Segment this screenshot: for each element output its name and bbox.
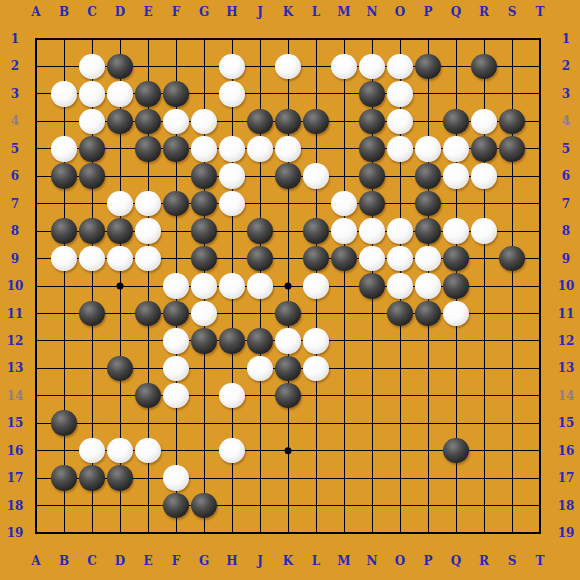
- board-cell[interactable]: [246, 108, 274, 135]
- board-cell[interactable]: [50, 53, 78, 80]
- board-cell[interactable]: [302, 135, 330, 162]
- board-cell[interactable]: [246, 53, 274, 80]
- board-cell[interactable]: [246, 355, 274, 382]
- board-cell[interactable]: [190, 492, 218, 519]
- board-cell[interactable]: [526, 162, 554, 189]
- board-cell[interactable]: [526, 80, 554, 107]
- board-cell[interactable]: [526, 272, 554, 299]
- board-cell[interactable]: [78, 53, 106, 80]
- board-cell[interactable]: [134, 80, 162, 107]
- board-cell[interactable]: [470, 53, 498, 80]
- board-cell[interactable]: [134, 245, 162, 272]
- board-cell[interactable]: [498, 53, 526, 80]
- board-cell[interactable]: [470, 409, 498, 436]
- board-cell[interactable]: [302, 355, 330, 382]
- board-cell[interactable]: [414, 437, 442, 464]
- board-cell[interactable]: [470, 492, 498, 519]
- board-cell[interactable]: [358, 25, 386, 52]
- board-cell[interactable]: [78, 190, 106, 217]
- board-cell[interactable]: [414, 135, 442, 162]
- board-cell[interactable]: [22, 135, 50, 162]
- board-cell[interactable]: [302, 53, 330, 80]
- board-cell[interactable]: [106, 190, 134, 217]
- board-cell[interactable]: [50, 190, 78, 217]
- board-cell[interactable]: [470, 162, 498, 189]
- board-cell[interactable]: [246, 300, 274, 327]
- board-cell[interactable]: [470, 245, 498, 272]
- board-cell[interactable]: [134, 327, 162, 354]
- board-cell[interactable]: [22, 217, 50, 244]
- board-cell[interactable]: [106, 135, 134, 162]
- board-cell[interactable]: [78, 409, 106, 436]
- board-cell[interactable]: [134, 108, 162, 135]
- board-cell[interactable]: [330, 464, 358, 491]
- board-cell[interactable]: [218, 409, 246, 436]
- board-cell[interactable]: [134, 25, 162, 52]
- board-cell[interactable]: [274, 437, 302, 464]
- board-cell[interactable]: [414, 300, 442, 327]
- board-cell[interactable]: [386, 190, 414, 217]
- board-cell[interactable]: [50, 80, 78, 107]
- board-cell[interactable]: [78, 135, 106, 162]
- board-cell[interactable]: [246, 492, 274, 519]
- board-cell[interactable]: [246, 162, 274, 189]
- board-cell[interactable]: [22, 162, 50, 189]
- board-cell[interactable]: [442, 300, 470, 327]
- board-cell[interactable]: [190, 135, 218, 162]
- board-cell[interactable]: [330, 519, 358, 546]
- board-cell[interactable]: [218, 25, 246, 52]
- board-cell[interactable]: [330, 437, 358, 464]
- board-cell[interactable]: [414, 190, 442, 217]
- board-cell[interactable]: [134, 217, 162, 244]
- board-cell[interactable]: [22, 25, 50, 52]
- board-cell[interactable]: [162, 245, 190, 272]
- board-cell[interactable]: [106, 245, 134, 272]
- board-cell[interactable]: [106, 519, 134, 546]
- board-cell[interactable]: [414, 108, 442, 135]
- board-cell[interactable]: [190, 25, 218, 52]
- board-cell[interactable]: [470, 108, 498, 135]
- board-cell[interactable]: [246, 272, 274, 299]
- board-cell[interactable]: [526, 53, 554, 80]
- board-cell[interactable]: [274, 519, 302, 546]
- board-cell[interactable]: [470, 300, 498, 327]
- board-cell[interactable]: [162, 327, 190, 354]
- board-cell[interactable]: [22, 409, 50, 436]
- board-cell[interactable]: [386, 80, 414, 107]
- board-cell[interactable]: [358, 135, 386, 162]
- board-cell[interactable]: [50, 355, 78, 382]
- board-cell[interactable]: [78, 80, 106, 107]
- board-cell[interactable]: [358, 190, 386, 217]
- board-cell[interactable]: [106, 382, 134, 409]
- board-cell[interactable]: [498, 217, 526, 244]
- board-cell[interactable]: [386, 519, 414, 546]
- board-cell[interactable]: [442, 217, 470, 244]
- board-cell[interactable]: [330, 272, 358, 299]
- board-cell[interactable]: [302, 245, 330, 272]
- board-cell[interactable]: [414, 245, 442, 272]
- board-cell[interactable]: [358, 355, 386, 382]
- board-cell[interactable]: [414, 162, 442, 189]
- board-cell[interactable]: [22, 190, 50, 217]
- board-cell[interactable]: [526, 108, 554, 135]
- board-cell[interactable]: [442, 355, 470, 382]
- board-cell[interactable]: [134, 355, 162, 382]
- board-cell[interactable]: [302, 190, 330, 217]
- board-cell[interactable]: [302, 25, 330, 52]
- board-cell[interactable]: [358, 327, 386, 354]
- board-cell[interactable]: [330, 80, 358, 107]
- board-cell[interactable]: [498, 382, 526, 409]
- board-cell[interactable]: [274, 135, 302, 162]
- board-cell[interactable]: [442, 382, 470, 409]
- board-cell[interactable]: [134, 382, 162, 409]
- board-cell[interactable]: [162, 409, 190, 436]
- board-cell[interactable]: [22, 245, 50, 272]
- board-cell[interactable]: [414, 464, 442, 491]
- board-cell[interactable]: [526, 245, 554, 272]
- board-cell[interactable]: [190, 382, 218, 409]
- board-cell[interactable]: [190, 272, 218, 299]
- board-cell[interactable]: [218, 492, 246, 519]
- board-cell[interactable]: [106, 272, 134, 299]
- board-cell[interactable]: [498, 190, 526, 217]
- board-cell[interactable]: [22, 437, 50, 464]
- board-cell[interactable]: [414, 80, 442, 107]
- board-cell[interactable]: [134, 300, 162, 327]
- board-cell[interactable]: [386, 272, 414, 299]
- board-cell[interactable]: [78, 300, 106, 327]
- board-cell[interactable]: [162, 464, 190, 491]
- board-cell[interactable]: [330, 245, 358, 272]
- board-cell[interactable]: [218, 300, 246, 327]
- board-cell[interactable]: [302, 519, 330, 546]
- board-cell[interactable]: [358, 245, 386, 272]
- board-cell[interactable]: [274, 355, 302, 382]
- board-cell[interactable]: [22, 300, 50, 327]
- board-cell[interactable]: [106, 108, 134, 135]
- board-cell[interactable]: [50, 135, 78, 162]
- board-cell[interactable]: [218, 190, 246, 217]
- board-cell[interactable]: [386, 25, 414, 52]
- board-cell[interactable]: [190, 53, 218, 80]
- board-cell[interactable]: [414, 355, 442, 382]
- board-cell[interactable]: [526, 519, 554, 546]
- board-cell[interactable]: [358, 272, 386, 299]
- board-cell[interactable]: [526, 355, 554, 382]
- board-cell[interactable]: [414, 382, 442, 409]
- board-cell[interactable]: [330, 492, 358, 519]
- board-cell[interactable]: [162, 382, 190, 409]
- board-cell[interactable]: [246, 409, 274, 436]
- board-cell[interactable]: [274, 409, 302, 436]
- board-cell[interactable]: [218, 162, 246, 189]
- board-cell[interactable]: [106, 217, 134, 244]
- board-cell[interactable]: [106, 492, 134, 519]
- board-cell[interactable]: [302, 437, 330, 464]
- board-cell[interactable]: [470, 190, 498, 217]
- board-cell[interactable]: [50, 162, 78, 189]
- board-cell[interactable]: [106, 355, 134, 382]
- board-cell[interactable]: [386, 135, 414, 162]
- board-cell[interactable]: [22, 355, 50, 382]
- board-cell[interactable]: [442, 437, 470, 464]
- board-cell[interactable]: [526, 217, 554, 244]
- board-cell[interactable]: [22, 519, 50, 546]
- board-cell[interactable]: [330, 382, 358, 409]
- board-cell[interactable]: [218, 245, 246, 272]
- board-cell[interactable]: [526, 437, 554, 464]
- board-cell[interactable]: [246, 327, 274, 354]
- board-cell[interactable]: [442, 25, 470, 52]
- board-cell[interactable]: [134, 519, 162, 546]
- board-cell[interactable]: [50, 464, 78, 491]
- board-cell[interactable]: [190, 437, 218, 464]
- board-cell[interactable]: [246, 190, 274, 217]
- board-cell[interactable]: [302, 108, 330, 135]
- board-cell[interactable]: [106, 25, 134, 52]
- board-cell[interactable]: [50, 217, 78, 244]
- board-cell[interactable]: [414, 217, 442, 244]
- board-cell[interactable]: [246, 245, 274, 272]
- board-cell[interactable]: [274, 245, 302, 272]
- board-cell[interactable]: [470, 437, 498, 464]
- board-cell[interactable]: [386, 437, 414, 464]
- board-cell[interactable]: [358, 162, 386, 189]
- board-cell[interactable]: [498, 519, 526, 546]
- board-cell[interactable]: [470, 355, 498, 382]
- board-cell[interactable]: [190, 217, 218, 244]
- board-cell[interactable]: [162, 135, 190, 162]
- board-cell[interactable]: [386, 217, 414, 244]
- board-cell[interactable]: [274, 108, 302, 135]
- board-cell[interactable]: [78, 492, 106, 519]
- board-cell[interactable]: [526, 135, 554, 162]
- board-cell[interactable]: [302, 492, 330, 519]
- board-cell[interactable]: [526, 464, 554, 491]
- board-cell[interactable]: [470, 464, 498, 491]
- board-cell[interactable]: [498, 162, 526, 189]
- board-cell[interactable]: [50, 245, 78, 272]
- board-cell[interactable]: [190, 190, 218, 217]
- board-cell[interactable]: [50, 25, 78, 52]
- board-cell[interactable]: [218, 53, 246, 80]
- board-cell[interactable]: [442, 135, 470, 162]
- board-cell[interactable]: [78, 382, 106, 409]
- board-cell[interactable]: [330, 108, 358, 135]
- board-cell[interactable]: [498, 409, 526, 436]
- board-cell[interactable]: [78, 355, 106, 382]
- board-cell[interactable]: [442, 492, 470, 519]
- board-cell[interactable]: [218, 519, 246, 546]
- board-cell[interactable]: [162, 272, 190, 299]
- board-cell[interactable]: [218, 382, 246, 409]
- board-cell[interactable]: [442, 108, 470, 135]
- board-cell[interactable]: [22, 80, 50, 107]
- board-cell[interactable]: [50, 327, 78, 354]
- board-cell[interactable]: [498, 80, 526, 107]
- board-cell[interactable]: [386, 409, 414, 436]
- board-cell[interactable]: [442, 327, 470, 354]
- board-cell[interactable]: [442, 272, 470, 299]
- board-cell[interactable]: [330, 53, 358, 80]
- board-cell[interactable]: [302, 162, 330, 189]
- board-cell[interactable]: [50, 437, 78, 464]
- board-cell[interactable]: [302, 217, 330, 244]
- board-cell[interactable]: [106, 437, 134, 464]
- board-cell[interactable]: [442, 519, 470, 546]
- board-cell[interactable]: [134, 272, 162, 299]
- board-cell[interactable]: [330, 409, 358, 436]
- board-cell[interactable]: [190, 108, 218, 135]
- board-cell[interactable]: [22, 382, 50, 409]
- board-cell[interactable]: [50, 409, 78, 436]
- board-cell[interactable]: [78, 25, 106, 52]
- board-cell[interactable]: [22, 327, 50, 354]
- board-cell[interactable]: [22, 108, 50, 135]
- board-cell[interactable]: [78, 217, 106, 244]
- board-cell[interactable]: [190, 355, 218, 382]
- board-cell[interactable]: [442, 464, 470, 491]
- board-cell[interactable]: [106, 327, 134, 354]
- board-cell[interactable]: [442, 245, 470, 272]
- board-cell[interactable]: [162, 53, 190, 80]
- board-cell[interactable]: [498, 492, 526, 519]
- board-cell[interactable]: [386, 327, 414, 354]
- board-cell[interactable]: [22, 272, 50, 299]
- board-cell[interactable]: [246, 80, 274, 107]
- board-cell[interactable]: [358, 80, 386, 107]
- board-cell[interactable]: [50, 272, 78, 299]
- board-cell[interactable]: [162, 300, 190, 327]
- board-cell[interactable]: [78, 437, 106, 464]
- board-cell[interactable]: [274, 300, 302, 327]
- board-cell[interactable]: [162, 162, 190, 189]
- board-cell[interactable]: [274, 327, 302, 354]
- board-cell[interactable]: [22, 53, 50, 80]
- board-cell[interactable]: [78, 162, 106, 189]
- board-cell[interactable]: [414, 492, 442, 519]
- board-cell[interactable]: [106, 53, 134, 80]
- board-cell[interactable]: [358, 217, 386, 244]
- board-cell[interactable]: [358, 382, 386, 409]
- board-cell[interactable]: [358, 492, 386, 519]
- board-cell[interactable]: [386, 355, 414, 382]
- board-cell[interactable]: [498, 437, 526, 464]
- board-cell[interactable]: [498, 272, 526, 299]
- board-cell[interactable]: [442, 190, 470, 217]
- board-cell[interactable]: [358, 464, 386, 491]
- board-cell[interactable]: [106, 300, 134, 327]
- board-cell[interactable]: [414, 272, 442, 299]
- board-cell[interactable]: [302, 409, 330, 436]
- board-cell[interactable]: [274, 25, 302, 52]
- board-cell[interactable]: [386, 245, 414, 272]
- board-cell[interactable]: [302, 300, 330, 327]
- board-cell[interactable]: [274, 217, 302, 244]
- board-cell[interactable]: [386, 382, 414, 409]
- board-cell[interactable]: [470, 382, 498, 409]
- board-cell[interactable]: [162, 519, 190, 546]
- board-cell[interactable]: [190, 409, 218, 436]
- board-cell[interactable]: [78, 272, 106, 299]
- board-cell[interactable]: [162, 25, 190, 52]
- board-cell[interactable]: [190, 80, 218, 107]
- board-cell[interactable]: [442, 53, 470, 80]
- board-cell[interactable]: [442, 409, 470, 436]
- board-cell[interactable]: [526, 492, 554, 519]
- board-cell[interactable]: [134, 492, 162, 519]
- board-cell[interactable]: [302, 272, 330, 299]
- board-cell[interactable]: [246, 25, 274, 52]
- board-cell[interactable]: [302, 464, 330, 491]
- board-cell[interactable]: [78, 108, 106, 135]
- board-cell[interactable]: [134, 53, 162, 80]
- board-cell[interactable]: [190, 519, 218, 546]
- board-cell[interactable]: [78, 464, 106, 491]
- board-cell[interactable]: [218, 437, 246, 464]
- board-cell[interactable]: [50, 492, 78, 519]
- board-cell[interactable]: [106, 464, 134, 491]
- board-cell[interactable]: [414, 25, 442, 52]
- board-cell[interactable]: [470, 327, 498, 354]
- board-cell[interactable]: [526, 327, 554, 354]
- board-cell[interactable]: [302, 80, 330, 107]
- board-cell[interactable]: [498, 25, 526, 52]
- board-cell[interactable]: [330, 300, 358, 327]
- board-cell[interactable]: [526, 190, 554, 217]
- board-cell[interactable]: [330, 355, 358, 382]
- board-cell[interactable]: [386, 162, 414, 189]
- board-cell[interactable]: [22, 492, 50, 519]
- board-cell[interactable]: [358, 409, 386, 436]
- board-cell[interactable]: [470, 80, 498, 107]
- board-cell[interactable]: [498, 355, 526, 382]
- board-cell[interactable]: [134, 437, 162, 464]
- board-cell[interactable]: [218, 135, 246, 162]
- board-cell[interactable]: [274, 162, 302, 189]
- board-cell[interactable]: [134, 162, 162, 189]
- board-cell[interactable]: [218, 80, 246, 107]
- board-cell[interactable]: [526, 409, 554, 436]
- board-cell[interactable]: [218, 217, 246, 244]
- board-cell[interactable]: [470, 519, 498, 546]
- board-cell[interactable]: [190, 245, 218, 272]
- board-cell[interactable]: [50, 300, 78, 327]
- board-cell[interactable]: [358, 519, 386, 546]
- board-cell[interactable]: [274, 492, 302, 519]
- board-cell[interactable]: [302, 327, 330, 354]
- board-cell[interactable]: [386, 492, 414, 519]
- board-cell[interactable]: [470, 272, 498, 299]
- board-cell[interactable]: [498, 464, 526, 491]
- board-cell[interactable]: [358, 437, 386, 464]
- board-cell[interactable]: [470, 25, 498, 52]
- board-cell[interactable]: [498, 108, 526, 135]
- board-cell[interactable]: [218, 464, 246, 491]
- board-cell[interactable]: [498, 135, 526, 162]
- board-cell[interactable]: [134, 135, 162, 162]
- board-cell[interactable]: [498, 300, 526, 327]
- board-cell[interactable]: [330, 217, 358, 244]
- board-cell[interactable]: [106, 80, 134, 107]
- board-cell[interactable]: [470, 135, 498, 162]
- board-cell[interactable]: [386, 108, 414, 135]
- board-cell[interactable]: [274, 382, 302, 409]
- board-cell[interactable]: [358, 300, 386, 327]
